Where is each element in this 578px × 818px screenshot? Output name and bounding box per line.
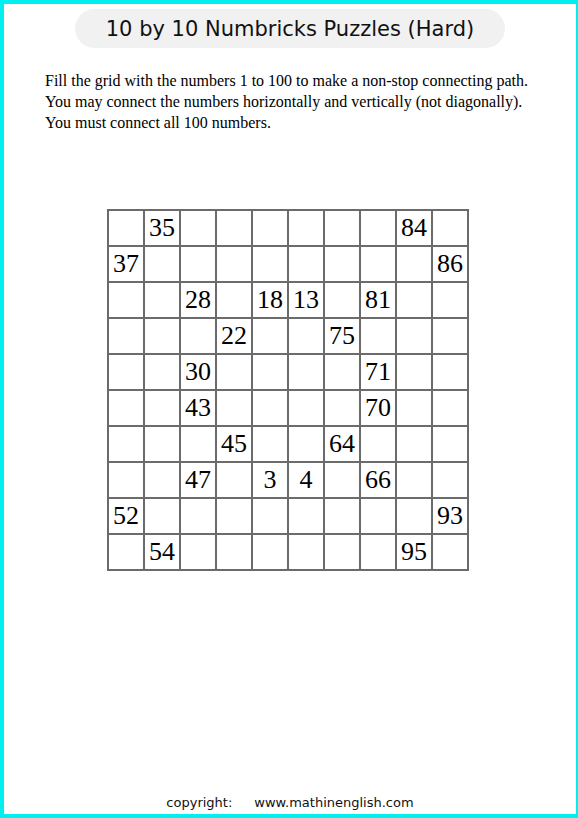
grid-cell-empty[interactable] [396, 282, 432, 318]
grid-cell-empty[interactable] [288, 534, 324, 570]
grid-cell-empty[interactable] [432, 462, 468, 498]
instructions-line-1: Fill the grid with the numbers 1 to 100 … [45, 70, 550, 91]
grid-cell-empty[interactable] [324, 354, 360, 390]
grid-cell-empty[interactable] [252, 246, 288, 282]
page-title: 10 by 10 Numbricks Puzzles (Hard) [106, 17, 474, 41]
grid-cell-empty[interactable] [324, 210, 360, 246]
grid-cell-empty[interactable] [360, 318, 396, 354]
grid-cell-given[interactable]: 70 [360, 390, 396, 426]
grid-cell-empty[interactable] [324, 390, 360, 426]
grid-cell-given[interactable]: 52 [108, 498, 144, 534]
grid-cell-given[interactable]: 84 [396, 210, 432, 246]
grid-cell-empty[interactable] [360, 498, 396, 534]
grid-cell-empty[interactable] [252, 534, 288, 570]
grid-cell-given[interactable]: 66 [360, 462, 396, 498]
grid-cell-empty[interactable] [144, 282, 180, 318]
grid-cell-given[interactable]: 71 [360, 354, 396, 390]
grid-cell-given[interactable]: 4 [288, 462, 324, 498]
grid-cell-empty[interactable] [216, 282, 252, 318]
grid-cell-empty[interactable] [144, 318, 180, 354]
grid-cell-empty[interactable] [324, 246, 360, 282]
page-title-pill: 10 by 10 Numbricks Puzzles (Hard) [75, 9, 505, 48]
grid-cell-empty[interactable] [144, 498, 180, 534]
grid-cell-empty[interactable] [324, 534, 360, 570]
grid-cell-empty[interactable] [432, 354, 468, 390]
grid-cell-empty[interactable] [108, 282, 144, 318]
grid-cell-given[interactable]: 81 [360, 282, 396, 318]
grid-cell-empty[interactable] [216, 210, 252, 246]
grid-cell-given[interactable]: 54 [144, 534, 180, 570]
worksheet-page: 10 by 10 Numbricks Puzzles (Hard) Fill t… [0, 0, 578, 818]
grid-cell-empty[interactable] [108, 354, 144, 390]
grid-cell-empty[interactable] [288, 426, 324, 462]
grid-cell-empty[interactable] [108, 426, 144, 462]
grid-cell-empty[interactable] [396, 426, 432, 462]
grid-cell-empty[interactable] [252, 318, 288, 354]
instructions-line-2: You may connect the numbers horizontally… [45, 91, 550, 112]
grid-cell-empty[interactable] [216, 534, 252, 570]
grid-cell-empty[interactable] [252, 354, 288, 390]
grid-cell-empty[interactable] [360, 534, 396, 570]
grid-cell-given[interactable]: 30 [180, 354, 216, 390]
puzzle-grid: 3584378628181381227530714370456447346652… [107, 209, 469, 571]
copyright-label: copyright: [166, 795, 232, 810]
grid-cell-empty[interactable] [108, 390, 144, 426]
grid-cell-given[interactable]: 95 [396, 534, 432, 570]
grid-cell-empty[interactable] [396, 246, 432, 282]
grid-cell-empty[interactable] [108, 462, 144, 498]
grid-cell-given[interactable]: 86 [432, 246, 468, 282]
grid-cell-empty[interactable] [396, 462, 432, 498]
grid-cell-given[interactable]: 13 [288, 282, 324, 318]
grid-cell-empty[interactable] [252, 498, 288, 534]
grid-cell-empty[interactable] [288, 210, 324, 246]
instructions-line-3: You must connect all 100 numbers. [45, 112, 550, 133]
grid-cell-empty[interactable] [144, 462, 180, 498]
grid-cell-empty[interactable] [216, 246, 252, 282]
grid-cell-given[interactable]: 3 [252, 462, 288, 498]
grid-cell-empty[interactable] [108, 318, 144, 354]
grid-cell-empty[interactable] [216, 390, 252, 426]
grid-cell-empty[interactable] [216, 498, 252, 534]
grid-cell-empty[interactable] [396, 390, 432, 426]
grid-cell-empty[interactable] [324, 282, 360, 318]
grid-cell-empty[interactable] [144, 246, 180, 282]
grid-cell-given[interactable]: 22 [216, 318, 252, 354]
grid-cell-given[interactable]: 37 [108, 246, 144, 282]
grid-cell-empty[interactable] [252, 390, 288, 426]
grid-cell-empty[interactable] [216, 354, 252, 390]
grid-cell-given[interactable]: 45 [216, 426, 252, 462]
grid-cell-empty[interactable] [252, 210, 288, 246]
grid-cell-empty[interactable] [288, 246, 324, 282]
grid-cell-empty[interactable] [360, 426, 396, 462]
grid-cell-given[interactable]: 47 [180, 462, 216, 498]
grid-cell-empty[interactable] [180, 534, 216, 570]
grid-cell-given[interactable]: 64 [324, 426, 360, 462]
grid-cell-empty[interactable] [360, 246, 396, 282]
grid-cell-given[interactable]: 93 [432, 498, 468, 534]
grid-cell-given[interactable]: 35 [144, 210, 180, 246]
grid-cell-empty[interactable] [288, 390, 324, 426]
grid-cell-empty[interactable] [432, 534, 468, 570]
grid-cell-given[interactable]: 18 [252, 282, 288, 318]
grid-cell-empty[interactable] [324, 462, 360, 498]
grid-cell-empty[interactable] [324, 498, 360, 534]
grid-cell-empty[interactable] [432, 390, 468, 426]
grid-cell-empty[interactable] [108, 210, 144, 246]
grid-cell-empty[interactable] [288, 354, 324, 390]
grid-cell-empty[interactable] [288, 498, 324, 534]
grid-cell-empty[interactable] [432, 426, 468, 462]
footer: copyright:www.mathinenglish.com [4, 795, 576, 810]
grid-cell-empty[interactable] [144, 390, 180, 426]
grid-cell-empty[interactable] [396, 354, 432, 390]
grid-cell-empty[interactable] [288, 318, 324, 354]
grid-cell-empty[interactable] [180, 318, 216, 354]
grid-cell-empty[interactable] [432, 210, 468, 246]
grid-cell-empty[interactable] [396, 318, 432, 354]
grid-cell-empty[interactable] [216, 462, 252, 498]
grid-cell-empty[interactable] [180, 246, 216, 282]
grid-cell-empty[interactable] [144, 354, 180, 390]
grid-cell-empty[interactable] [396, 498, 432, 534]
footer-url: www.mathinenglish.com [254, 795, 413, 810]
grid-cell-empty[interactable] [432, 318, 468, 354]
instructions: Fill the grid with the numbers 1 to 100 … [45, 70, 550, 133]
grid-cell-empty[interactable] [108, 534, 144, 570]
grid-cell-empty[interactable] [144, 426, 180, 462]
grid-cell-empty[interactable] [180, 498, 216, 534]
grid-cell-empty[interactable] [252, 426, 288, 462]
grid-cell-given[interactable]: 28 [180, 282, 216, 318]
grid-cell-given[interactable]: 75 [324, 318, 360, 354]
grid-cell-given[interactable]: 43 [180, 390, 216, 426]
grid-cell-empty[interactable] [432, 282, 468, 318]
grid-cell-empty[interactable] [180, 426, 216, 462]
grid-cell-empty[interactable] [360, 210, 396, 246]
grid-cell-empty[interactable] [180, 210, 216, 246]
